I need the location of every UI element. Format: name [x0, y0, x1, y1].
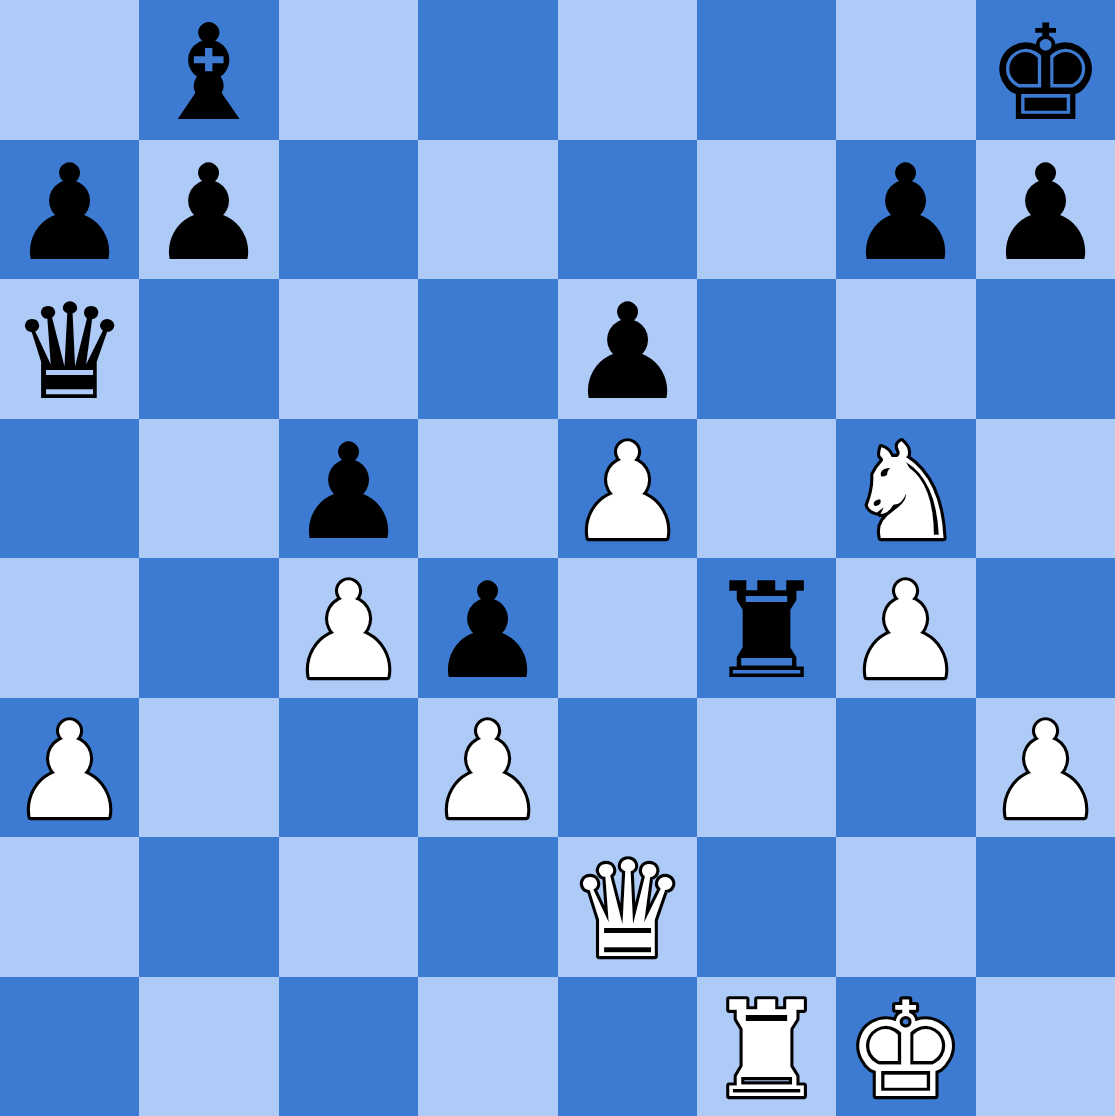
square-g8[interactable] — [836, 0, 975, 140]
black-pawn-piece[interactable]: ♟ — [418, 558, 557, 698]
square-g3[interactable] — [836, 698, 975, 838]
black-pawn-piece[interactable]: ♟ — [139, 140, 278, 280]
square-a8[interactable] — [0, 0, 139, 140]
square-b1[interactable] — [139, 977, 278, 1116]
square-b4[interactable] — [139, 558, 278, 698]
square-a6[interactable]: ♛ — [0, 279, 139, 419]
square-c5[interactable]: ♟ — [279, 419, 418, 559]
svg-text:♛: ♛ — [568, 837, 687, 977]
square-f2[interactable] — [697, 837, 836, 977]
svg-text:♟: ♟ — [847, 140, 966, 280]
square-g2[interactable] — [836, 837, 975, 977]
square-g6[interactable] — [836, 279, 975, 419]
white-knight-piece[interactable]: ♞ — [836, 419, 975, 559]
square-f8[interactable] — [697, 0, 836, 140]
square-h4[interactable] — [976, 558, 1115, 698]
square-d4[interactable]: ♟ — [418, 558, 557, 698]
square-e5[interactable]: ♟ — [558, 419, 697, 559]
square-c8[interactable] — [279, 0, 418, 140]
svg-text:♟: ♟ — [150, 140, 269, 280]
svg-text:♚: ♚ — [847, 977, 966, 1116]
square-c3[interactable] — [279, 698, 418, 838]
square-g1[interactable]: ♚ — [836, 977, 975, 1116]
white-rook-piece[interactable]: ♜ — [697, 977, 836, 1116]
black-king-piece[interactable]: ♚ — [976, 0, 1115, 140]
white-queen-piece[interactable]: ♛ — [558, 837, 697, 977]
svg-text:♜: ♜ — [707, 558, 826, 698]
square-e3[interactable] — [558, 698, 697, 838]
svg-text:♟: ♟ — [428, 558, 547, 698]
square-a4[interactable] — [0, 558, 139, 698]
square-d3[interactable]: ♟ — [418, 698, 557, 838]
square-f1[interactable]: ♜ — [697, 977, 836, 1116]
black-pawn-piece[interactable]: ♟ — [836, 140, 975, 280]
square-h3[interactable]: ♟ — [976, 698, 1115, 838]
square-a1[interactable] — [0, 977, 139, 1116]
square-d1[interactable] — [418, 977, 557, 1116]
black-pawn-piece[interactable]: ♟ — [279, 419, 418, 559]
white-pawn-piece[interactable]: ♟ — [836, 558, 975, 698]
svg-text:♟: ♟ — [568, 279, 687, 419]
svg-text:♟: ♟ — [986, 140, 1105, 280]
white-pawn-piece[interactable]: ♟ — [418, 698, 557, 838]
square-a5[interactable] — [0, 419, 139, 559]
svg-text:♟: ♟ — [10, 698, 129, 838]
square-a2[interactable] — [0, 837, 139, 977]
square-h5[interactable] — [976, 419, 1115, 559]
svg-text:♟: ♟ — [986, 698, 1105, 838]
square-a3[interactable]: ♟ — [0, 698, 139, 838]
black-queen-piece[interactable]: ♛ — [0, 279, 139, 419]
square-c1[interactable] — [279, 977, 418, 1116]
square-b7[interactable]: ♟ — [139, 140, 278, 280]
square-e7[interactable] — [558, 140, 697, 280]
square-c2[interactable] — [279, 837, 418, 977]
svg-text:♟: ♟ — [847, 558, 966, 698]
square-b5[interactable] — [139, 419, 278, 559]
square-a7[interactable]: ♟ — [0, 140, 139, 280]
square-g7[interactable]: ♟ — [836, 140, 975, 280]
chess-board: ♝♚♟♟♟♟♛♟♟♟♞♟♟♜♟♟♟♟♛♜♚ — [0, 0, 1115, 1116]
square-b3[interactable] — [139, 698, 278, 838]
square-c6[interactable] — [279, 279, 418, 419]
black-pawn-piece[interactable]: ♟ — [0, 140, 139, 280]
svg-text:♜: ♜ — [707, 977, 826, 1116]
black-rook-piece[interactable]: ♜ — [697, 558, 836, 698]
svg-text:♟: ♟ — [428, 698, 547, 838]
white-king-piece[interactable]: ♚ — [836, 977, 975, 1116]
square-d8[interactable] — [418, 0, 557, 140]
square-b2[interactable] — [139, 837, 278, 977]
svg-text:♟: ♟ — [568, 419, 687, 559]
square-f3[interactable] — [697, 698, 836, 838]
square-e4[interactable] — [558, 558, 697, 698]
svg-text:♞: ♞ — [847, 419, 966, 559]
white-pawn-piece[interactable]: ♟ — [976, 698, 1115, 838]
square-e8[interactable] — [558, 0, 697, 140]
square-d7[interactable] — [418, 140, 557, 280]
svg-text:♛: ♛ — [10, 279, 129, 419]
square-f5[interactable] — [697, 419, 836, 559]
black-bishop-piece[interactable]: ♝ — [139, 0, 278, 140]
square-f4[interactable]: ♜ — [697, 558, 836, 698]
square-d5[interactable] — [418, 419, 557, 559]
svg-text:♝: ♝ — [150, 0, 269, 140]
square-d2[interactable] — [418, 837, 557, 977]
square-h2[interactable] — [976, 837, 1115, 977]
svg-text:♚: ♚ — [986, 0, 1105, 140]
square-e6[interactable]: ♟ — [558, 279, 697, 419]
white-pawn-piece[interactable]: ♟ — [0, 698, 139, 838]
square-g4[interactable]: ♟ — [836, 558, 975, 698]
square-e1[interactable] — [558, 977, 697, 1116]
square-h8[interactable]: ♚ — [976, 0, 1115, 140]
square-c4[interactable]: ♟ — [279, 558, 418, 698]
black-pawn-piece[interactable]: ♟ — [976, 140, 1115, 280]
svg-text:♟: ♟ — [289, 419, 408, 559]
square-h6[interactable] — [976, 279, 1115, 419]
square-e2[interactable]: ♛ — [558, 837, 697, 977]
square-f6[interactable] — [697, 279, 836, 419]
white-pawn-piece[interactable]: ♟ — [279, 558, 418, 698]
square-h7[interactable]: ♟ — [976, 140, 1115, 280]
square-d6[interactable] — [418, 279, 557, 419]
white-pawn-piece[interactable]: ♟ — [558, 419, 697, 559]
svg-text:♟: ♟ — [10, 140, 129, 280]
square-h1[interactable] — [976, 977, 1115, 1116]
svg-text:♟: ♟ — [289, 558, 408, 698]
square-b8[interactable]: ♝ — [139, 0, 278, 140]
black-pawn-piece[interactable]: ♟ — [558, 279, 697, 419]
square-c7[interactable] — [279, 140, 418, 280]
square-b6[interactable] — [139, 279, 278, 419]
square-g5[interactable]: ♞ — [836, 419, 975, 559]
square-f7[interactable] — [697, 140, 836, 280]
